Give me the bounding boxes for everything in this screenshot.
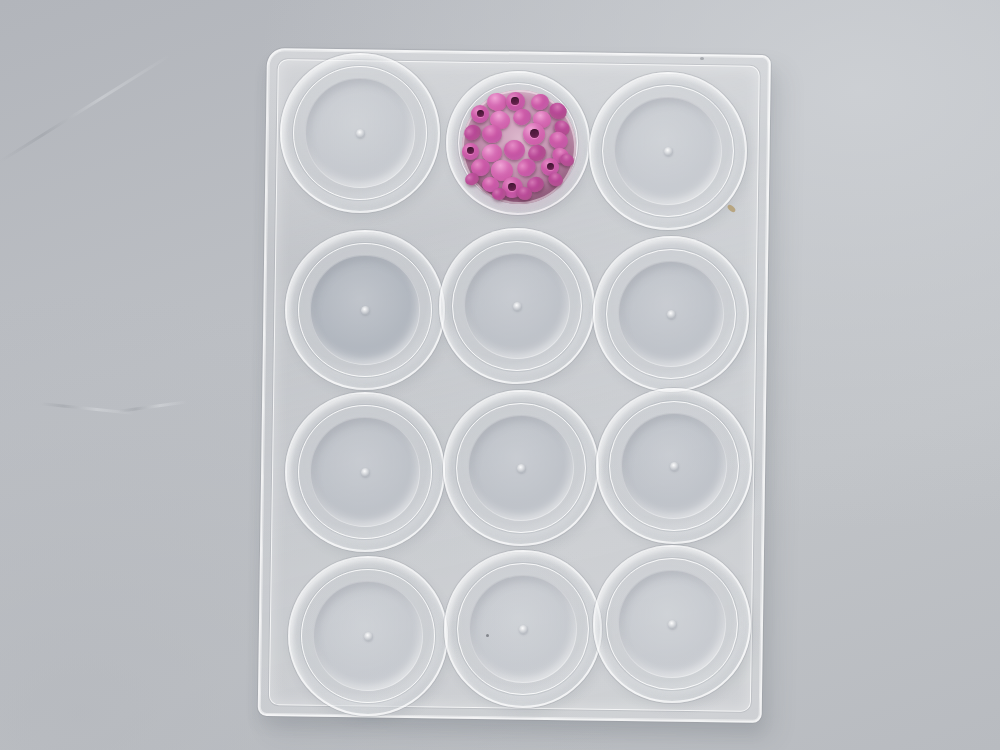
jar-center-dimple [361, 306, 370, 315]
jar-r3c2 [443, 390, 599, 546]
jar-center-dimple [356, 129, 365, 138]
jar-interior [618, 261, 724, 367]
jar-center-dimple [517, 464, 526, 473]
jar-r2c3 [593, 236, 749, 392]
bead-hole [547, 163, 554, 170]
jar-interior [313, 581, 422, 690]
bead-hole [477, 110, 484, 117]
jar-r1c3 [589, 72, 747, 230]
bead-hole [467, 147, 474, 154]
photo-stage [0, 0, 1000, 750]
pink-bead [523, 123, 545, 145]
pink-bead [471, 105, 489, 123]
bead-hole [511, 97, 519, 105]
pink-beads-well [462, 90, 576, 204]
jar-r2c2 [439, 228, 595, 384]
jar-r3c3 [596, 388, 752, 544]
pink-bead [462, 143, 479, 160]
jar-center-dimple [667, 310, 676, 319]
jar-center-dimple [513, 302, 522, 311]
jar-interior [310, 417, 419, 526]
jar-interior [618, 570, 726, 678]
jar-r4c1 [288, 556, 448, 716]
jar-center-dimple [364, 632, 373, 641]
jar-center-dimple [361, 468, 370, 477]
jar-interior [469, 575, 577, 683]
jar-r3c1 [285, 392, 445, 552]
bead-hole [530, 129, 539, 138]
jar-interior [310, 255, 419, 364]
jar-center-dimple [670, 462, 679, 471]
dust-speck [700, 57, 704, 60]
jar-r2c1 [285, 230, 445, 390]
jar-interior [621, 413, 727, 519]
jar-interior [468, 415, 574, 521]
jar-center-dimple [664, 147, 673, 156]
jar-r1c1 [280, 53, 440, 213]
jar-r4c3 [593, 545, 751, 703]
jar-interior [305, 78, 414, 187]
jar-interior [464, 253, 570, 359]
bead-hole [508, 183, 516, 191]
jar-r4c2 [444, 550, 602, 708]
jar-interior [614, 97, 722, 205]
jar-grid [0, 0, 1000, 750]
jar-center-dimple [668, 620, 677, 629]
jar-center-dimple [519, 625, 528, 634]
dust-speck [486, 634, 489, 637]
jar-r1c2 [446, 71, 590, 215]
